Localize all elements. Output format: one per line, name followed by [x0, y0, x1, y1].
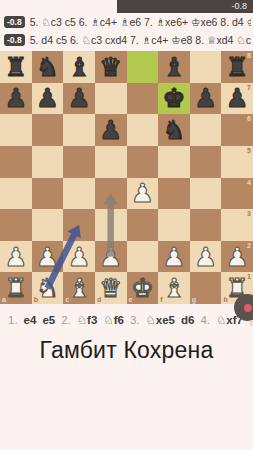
square-g5[interactable] [190, 146, 222, 178]
white-pawn[interactable]: ♟ [194, 244, 217, 270]
white-pawn[interactable]: ♟ [162, 244, 185, 270]
move-token[interactable]: ♘xe5 [145, 314, 175, 326]
square-a6[interactable] [0, 114, 32, 146]
square-d3[interactable] [95, 209, 127, 241]
rank-label: 5 [247, 147, 251, 154]
black-pawn[interactable]: ♟ [67, 85, 90, 111]
square-c5[interactable] [63, 146, 95, 178]
square-a1[interactable]: ♜a [0, 272, 32, 304]
square-e1[interactable]: ♚e [127, 272, 159, 304]
square-c8[interactable]: ♝ [63, 51, 95, 83]
square-c7[interactable]: ♟ [63, 83, 95, 115]
square-f3[interactable] [158, 209, 190, 241]
black-rook[interactable]: ♜ [4, 54, 27, 80]
square-a4[interactable] [0, 178, 32, 210]
rank-label: 3 [247, 210, 251, 217]
square-a7[interactable]: ♟ [0, 83, 32, 115]
black-pawn[interactable]: ♟ [4, 85, 27, 111]
white-bishop[interactable]: ♝ [67, 275, 90, 301]
white-bishop[interactable]: ♝ [162, 275, 185, 301]
analysis-moves[interactable]: 5. d4 c5 6. ♘c3 cxd4 7. ♗c4+ ♔e8 8. ♕xd4… [30, 34, 251, 46]
square-g7[interactable]: ♟ [190, 83, 222, 115]
white-king[interactable]: ♚ [131, 275, 154, 301]
move-token[interactable]: e5 [42, 314, 55, 326]
opening-title: Гамбит Кохрена [0, 337, 253, 364]
square-e4[interactable]: ♟ [127, 178, 159, 210]
rank-label: 7 [247, 84, 251, 91]
move-token[interactable]: ♘f3 [77, 314, 98, 326]
square-d6[interactable]: ♟ [95, 114, 127, 146]
square-f1[interactable]: ♝f [158, 272, 190, 304]
square-e8[interactable] [127, 51, 159, 83]
square-b3[interactable] [32, 209, 64, 241]
record-dot-icon [244, 304, 252, 312]
file-label: c [65, 296, 69, 303]
square-e6[interactable] [127, 114, 159, 146]
file-label: a [2, 296, 6, 303]
square-b4[interactable] [32, 178, 64, 210]
square-f6[interactable]: ♞ [158, 114, 190, 146]
square-f5[interactable] [158, 146, 190, 178]
white-pawn[interactable]: ♟ [4, 244, 27, 270]
analysis-line-2[interactable]: -0.8 5. d4 c5 6. ♘c3 cxd4 7. ♗c4+ ♔e8 8.… [0, 31, 253, 49]
rank-label: 2 [247, 242, 251, 249]
rank-label: 4 [247, 179, 251, 186]
square-b8[interactable]: ♞ [32, 51, 64, 83]
file-label: f [160, 296, 162, 303]
white-pawn[interactable]: ♟ [226, 244, 249, 270]
white-pawn[interactable]: ♟ [99, 244, 122, 270]
square-a3[interactable] [0, 209, 32, 241]
move-token[interactable]: d6 [181, 314, 194, 326]
square-h4[interactable]: 4 [221, 178, 253, 210]
square-f4[interactable] [158, 178, 190, 210]
move-number: 4. [200, 314, 210, 326]
square-g1[interactable]: g [190, 272, 222, 304]
square-d7[interactable] [95, 83, 127, 115]
square-g2[interactable]: ♟ [190, 241, 222, 273]
square-b6[interactable] [32, 114, 64, 146]
square-a8[interactable]: ♜ [0, 51, 32, 83]
analysis-moves[interactable]: 5. ♘c3 c5 6. ♗c4+ ♗e6 7. ♗xe6+ ♔xe6 8. d… [30, 16, 251, 28]
rank-label: 6 [247, 115, 251, 122]
square-c6[interactable] [63, 114, 95, 146]
black-pawn[interactable]: ♟ [194, 85, 217, 111]
square-e3[interactable] [127, 209, 159, 241]
white-knight[interactable]: ♞ [36, 275, 59, 301]
square-b2[interactable]: ♟ [32, 241, 64, 273]
black-bishop[interactable]: ♝ [67, 54, 90, 80]
square-d5[interactable] [95, 146, 127, 178]
square-h7[interactable]: ♟7 [221, 83, 253, 115]
move-token[interactable]: e4 [24, 314, 37, 326]
black-rook[interactable]: ♜ [226, 54, 249, 80]
black-pawn[interactable]: ♟ [99, 117, 122, 143]
square-g6[interactable] [190, 114, 222, 146]
square-c2[interactable]: ♟ [63, 241, 95, 273]
rank-label: 8 [247, 52, 251, 59]
square-c1[interactable]: ♝c [63, 272, 95, 304]
analysis-line-1[interactable]: -0.8 5. ♘c3 c5 6. ♗c4+ ♗e6 7. ♗xe6+ ♔xe6… [0, 13, 253, 31]
square-c3[interactable] [63, 209, 95, 241]
rank-label: 1 [247, 273, 251, 280]
black-knight[interactable]: ♞ [36, 54, 59, 80]
eval-bar: -0.8 [117, 0, 253, 13]
square-h5[interactable]: 5 [221, 146, 253, 178]
square-d2[interactable]: ♟ [95, 241, 127, 273]
eval-badge: -0.8 [4, 34, 25, 46]
file-label: d [97, 296, 101, 303]
black-bishop[interactable]: ♝ [162, 54, 185, 80]
white-pawn[interactable]: ♟ [36, 244, 59, 270]
white-rook[interactable]: ♜ [4, 275, 27, 301]
square-b1[interactable]: ♞b [32, 272, 64, 304]
square-b5[interactable] [32, 146, 64, 178]
chess-board[interactable]: ♜♞♝♛♝♜8♟♟♟♚♟♟7♟♞65♟43♟♟♟♟♟♟♟2♜a♞b♝c♛d♚e♝… [0, 51, 253, 304]
square-a5[interactable] [0, 146, 32, 178]
white-pawn[interactable]: ♟ [131, 180, 154, 206]
file-label: g [192, 296, 196, 303]
square-d4[interactable] [95, 178, 127, 210]
square-g8[interactable] [190, 51, 222, 83]
file-label: h [223, 296, 227, 303]
square-d8[interactable]: ♛ [95, 51, 127, 83]
square-g3[interactable] [190, 209, 222, 241]
move-number: 2. [61, 314, 71, 326]
black-pawn[interactable]: ♟ [36, 85, 59, 111]
square-c4[interactable] [63, 178, 95, 210]
black-knight[interactable]: ♞ [162, 117, 185, 143]
square-b7[interactable]: ♟ [32, 83, 64, 115]
square-h2[interactable]: ♟2 [221, 241, 253, 273]
square-d1[interactable]: ♛d [95, 272, 127, 304]
black-pawn[interactable]: ♟ [226, 85, 249, 111]
file-label: e [129, 296, 133, 303]
square-e5[interactable] [127, 146, 159, 178]
black-king[interactable]: ♚ [162, 85, 185, 111]
top-eval-bar: -0.8 [0, 0, 253, 13]
square-h3[interactable]: 3 [221, 209, 253, 241]
eval-badge: -0.8 [4, 16, 25, 28]
square-h8[interactable]: ♜8 [221, 51, 253, 83]
square-a2[interactable]: ♟ [0, 241, 32, 273]
square-g4[interactable] [190, 178, 222, 210]
white-pawn[interactable]: ♟ [67, 244, 90, 270]
square-e2[interactable] [127, 241, 159, 273]
square-e7[interactable] [127, 83, 159, 115]
black-queen[interactable]: ♛ [99, 54, 122, 80]
square-f7[interactable]: ♚ [158, 83, 190, 115]
square-h6[interactable]: 6 [221, 114, 253, 146]
move-list: 1.e4e52.♘f3♘f63.♘xe5d64.♘xf7♔xf75.d4♘xe4… [0, 304, 253, 329]
square-f8[interactable]: ♝ [158, 51, 190, 83]
file-label: b [34, 296, 38, 303]
move-number: 1. [8, 314, 18, 326]
move-token[interactable]: ♘f6 [103, 314, 124, 326]
move-number: 3. [130, 314, 140, 326]
square-f2[interactable]: ♟ [158, 241, 190, 273]
white-queen[interactable]: ♛ [99, 275, 122, 301]
app-screen: -0.8 -0.8 5. ♘c3 c5 6. ♗c4+ ♗e6 7. ♗xe6+… [0, 0, 253, 450]
